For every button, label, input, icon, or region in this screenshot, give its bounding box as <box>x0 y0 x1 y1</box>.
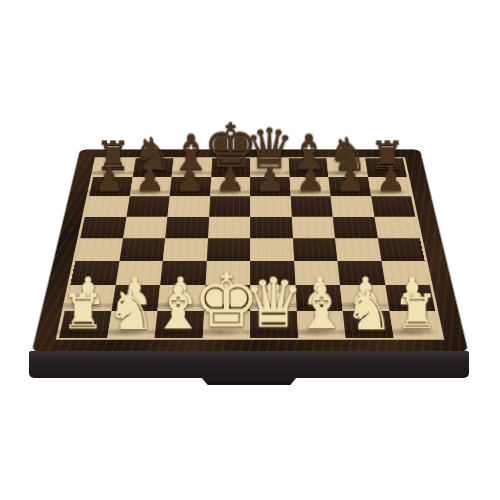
black-pawn-h7[interactable]: ♟ <box>376 163 406 194</box>
square-b1[interactable]: ♞ <box>107 311 158 338</box>
square-a5[interactable] <box>80 217 126 239</box>
white-rook-h1[interactable]: ♜ <box>395 290 438 336</box>
white-bishop-f1[interactable]: ♝ <box>295 280 348 336</box>
board-inlay-line: ♜♞♝♚♛♝♞♜♟♟♟♟♟♟♟♟♟♟♟♟♟♟♟♟♜♞♝♚♛♝♞♜ <box>56 157 445 339</box>
square-a1[interactable]: ♜ <box>59 311 111 338</box>
board-frame: ♜♞♝♚♛♝♞♜♟♟♟♟♟♟♟♟♟♟♟♟♟♟♟♟♜♞♝♚♛♝♞♜ <box>32 150 468 352</box>
white-knight-b1[interactable]: ♞ <box>106 284 155 336</box>
square-d7[interactable]: ♟ <box>210 177 250 196</box>
square-b4[interactable] <box>119 238 165 261</box>
white-knight-g1[interactable]: ♞ <box>344 284 393 336</box>
board-grid: ♜♞♝♚♛♝♞♜♟♟♟♟♟♟♟♟♟♟♟♟♟♟♟♟♜♞♝♚♛♝♞♜ <box>59 158 441 338</box>
square-f5[interactable] <box>291 217 335 239</box>
black-pawn-f7[interactable]: ♟ <box>295 163 325 194</box>
square-f4[interactable] <box>292 238 337 261</box>
square-d5[interactable] <box>208 217 250 239</box>
white-king-d1[interactable]: ♚ <box>193 265 260 336</box>
square-h5[interactable] <box>374 217 420 239</box>
square-e6[interactable] <box>250 196 291 216</box>
board-latch-notch <box>201 377 297 385</box>
board-side-face <box>29 351 469 378</box>
black-pawn-b7[interactable]: ♟ <box>135 163 165 194</box>
square-g1[interactable]: ♞ <box>343 311 394 338</box>
square-d1[interactable]: ♚ <box>202 311 250 338</box>
square-g4[interactable] <box>335 238 381 261</box>
square-e7[interactable]: ♟ <box>250 177 290 196</box>
square-g7[interactable]: ♟ <box>328 177 370 196</box>
black-pawn-a7[interactable]: ♟ <box>95 163 125 194</box>
square-h7[interactable]: ♟ <box>368 177 411 196</box>
square-f7[interactable]: ♟ <box>289 177 330 196</box>
square-g5[interactable] <box>333 217 378 239</box>
black-pawn-e7[interactable]: ♟ <box>255 163 285 194</box>
square-e5[interactable] <box>250 217 292 239</box>
square-g6[interactable] <box>330 196 373 216</box>
square-a4[interactable] <box>75 238 122 261</box>
product-photo-canvas: ♜♞♝♚♛♝♞♜♟♟♟♟♟♟♟♟♟♟♟♟♟♟♟♟♜♞♝♚♛♝♞♜ <box>0 0 500 500</box>
square-f1[interactable]: ♝ <box>296 311 345 338</box>
square-b6[interactable] <box>126 196 169 216</box>
square-a6[interactable] <box>85 196 130 216</box>
square-f6[interactable] <box>290 196 332 216</box>
square-h6[interactable] <box>371 196 416 216</box>
black-pawn-d7[interactable]: ♟ <box>215 163 245 194</box>
square-c5[interactable] <box>165 217 209 239</box>
black-pawn-c7[interactable]: ♟ <box>175 163 205 194</box>
square-h1[interactable]: ♜ <box>389 311 441 338</box>
black-pawn-g7[interactable]: ♟ <box>336 163 366 194</box>
chess-board: ♜♞♝♚♛♝♞♜♟♟♟♟♟♟♟♟♟♟♟♟♟♟♟♟♜♞♝♚♛♝♞♜ <box>32 150 468 352</box>
square-h4[interactable] <box>377 238 424 261</box>
square-b5[interactable] <box>123 217 168 239</box>
square-d6[interactable] <box>209 196 250 216</box>
white-rook-a1[interactable]: ♜ <box>62 290 105 336</box>
square-c6[interactable] <box>167 196 209 216</box>
board-scene: ♜♞♝♚♛♝♞♜♟♟♟♟♟♟♟♟♟♟♟♟♟♟♟♟♜♞♝♚♛♝♞♜ <box>0 0 500 500</box>
